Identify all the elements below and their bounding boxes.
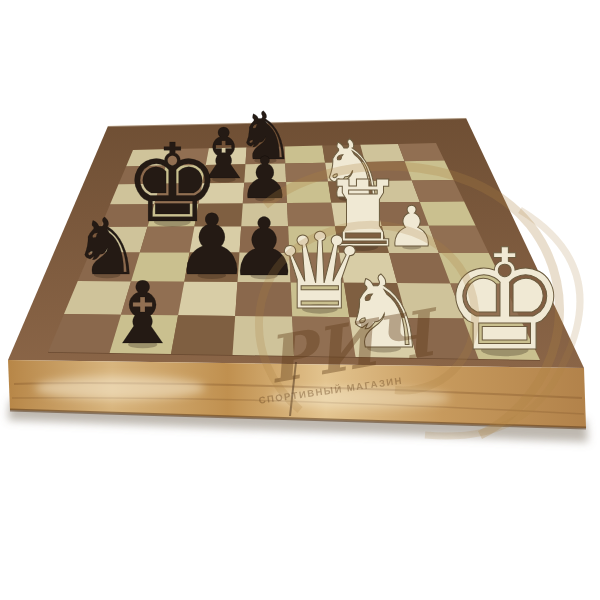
product-photo: ♞♝♟♞♚♜♟♞♟♟♛♝♞♚ РИЧ СПОРТИВНЫЙ МАГАЗИН (0, 0, 600, 600)
piece-black-bishop-b1[interactable]: ♝ (104, 263, 181, 363)
chess-set-photo: ♞♝♟♞♚♜♟♞♟♟♛♝♞♚ РИЧ СПОРТИВНЫЙ МАГАЗИН (0, 0, 600, 600)
wood-sheen-left (35, 376, 205, 400)
